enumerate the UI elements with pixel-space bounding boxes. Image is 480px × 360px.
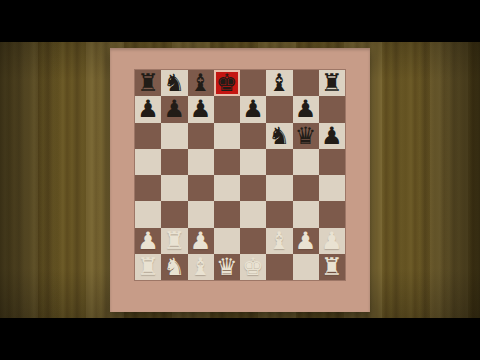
chess-board[interactable]: ♜♞♝♚♝♜♟♟♟♟♟♞♛♟♟♜♟♝♟♟♜♞♝♛♚♜: [135, 70, 345, 280]
white-pawn[interactable]: ♟: [321, 229, 343, 253]
black-rook[interactable]: ♜: [137, 71, 159, 95]
square-h2[interactable]: ♟: [319, 228, 345, 254]
square-a8[interactable]: ♜: [135, 70, 161, 96]
square-d2[interactable]: [214, 228, 240, 254]
square-e3[interactable]: [240, 201, 266, 227]
black-bishop[interactable]: ♝: [269, 71, 291, 95]
square-e1[interactable]: ♚: [240, 254, 266, 280]
black-pawn[interactable]: ♟: [242, 97, 264, 121]
black-knight[interactable]: ♞: [164, 71, 186, 95]
black-pawn[interactable]: ♟: [295, 97, 317, 121]
square-c7[interactable]: ♟: [188, 96, 214, 122]
square-c1[interactable]: ♝: [188, 254, 214, 280]
square-d1[interactable]: ♛: [214, 254, 240, 280]
square-b7[interactable]: ♟: [161, 96, 187, 122]
square-g2[interactable]: ♟: [293, 228, 319, 254]
square-f7[interactable]: [266, 96, 292, 122]
white-queen[interactable]: ♛: [216, 255, 238, 279]
square-g8[interactable]: [293, 70, 319, 96]
white-pawn[interactable]: ♟: [295, 229, 317, 253]
square-f6[interactable]: ♞: [266, 123, 292, 149]
square-e6[interactable]: [240, 123, 266, 149]
video-frame: ♜♞♝♚♝♜♟♟♟♟♟♞♛♟♟♜♟♝♟♟♜♞♝♛♚♜: [0, 0, 480, 360]
square-a3[interactable]: [135, 201, 161, 227]
square-f5[interactable]: [266, 149, 292, 175]
square-f1[interactable]: [266, 254, 292, 280]
black-pawn[interactable]: ♟: [164, 97, 186, 121]
letterbox-top: [0, 0, 480, 42]
square-b6[interactable]: [161, 123, 187, 149]
square-c5[interactable]: [188, 149, 214, 175]
white-rook[interactable]: ♜: [164, 229, 186, 253]
square-d6[interactable]: [214, 123, 240, 149]
square-h6[interactable]: ♟: [319, 123, 345, 149]
square-h4[interactable]: [319, 175, 345, 201]
square-b3[interactable]: [161, 201, 187, 227]
square-f8[interactable]: ♝: [266, 70, 292, 96]
square-b2[interactable]: ♜: [161, 228, 187, 254]
square-a1[interactable]: ♜: [135, 254, 161, 280]
square-c2[interactable]: ♟: [188, 228, 214, 254]
square-d3[interactable]: [214, 201, 240, 227]
white-pawn[interactable]: ♟: [190, 229, 212, 253]
square-g3[interactable]: [293, 201, 319, 227]
square-g6[interactable]: ♛: [293, 123, 319, 149]
black-pawn[interactable]: ♟: [190, 97, 212, 121]
square-a5[interactable]: [135, 149, 161, 175]
black-queen[interactable]: ♛: [295, 124, 317, 148]
square-b5[interactable]: [161, 149, 187, 175]
square-h1[interactable]: ♜: [319, 254, 345, 280]
white-pawn[interactable]: ♟: [137, 229, 159, 253]
black-king[interactable]: ♚: [216, 71, 238, 95]
square-f3[interactable]: [266, 201, 292, 227]
square-b4[interactable]: [161, 175, 187, 201]
square-e2[interactable]: [240, 228, 266, 254]
square-d8[interactable]: ♚: [214, 70, 240, 96]
black-bishop[interactable]: ♝: [190, 71, 212, 95]
white-rook[interactable]: ♜: [137, 255, 159, 279]
square-d7[interactable]: [214, 96, 240, 122]
black-pawn[interactable]: ♟: [321, 124, 343, 148]
square-h3[interactable]: [319, 201, 345, 227]
black-rook[interactable]: ♜: [321, 71, 343, 95]
square-f4[interactable]: [266, 175, 292, 201]
white-bishop[interactable]: ♝: [190, 255, 212, 279]
square-g1[interactable]: [293, 254, 319, 280]
square-a2[interactable]: ♟: [135, 228, 161, 254]
square-h8[interactable]: ♜: [319, 70, 345, 96]
square-e8[interactable]: [240, 70, 266, 96]
square-b1[interactable]: ♞: [161, 254, 187, 280]
square-e5[interactable]: [240, 149, 266, 175]
square-c6[interactable]: [188, 123, 214, 149]
white-knight[interactable]: ♞: [164, 255, 186, 279]
white-bishop[interactable]: ♝: [269, 229, 291, 253]
letterbox-bottom: [0, 318, 480, 360]
square-h7[interactable]: [319, 96, 345, 122]
black-knight[interactable]: ♞: [269, 124, 291, 148]
square-c4[interactable]: [188, 175, 214, 201]
square-a7[interactable]: ♟: [135, 96, 161, 122]
square-a4[interactable]: [135, 175, 161, 201]
board-frame: ♜♞♝♚♝♜♟♟♟♟♟♞♛♟♟♜♟♝♟♟♜♞♝♛♚♜: [110, 48, 370, 312]
square-g4[interactable]: [293, 175, 319, 201]
square-f2[interactable]: ♝: [266, 228, 292, 254]
square-g7[interactable]: ♟: [293, 96, 319, 122]
square-g5[interactable]: [293, 149, 319, 175]
white-rook[interactable]: ♜: [321, 255, 343, 279]
square-e4[interactable]: [240, 175, 266, 201]
square-d5[interactable]: [214, 149, 240, 175]
square-h5[interactable]: [319, 149, 345, 175]
square-c3[interactable]: [188, 201, 214, 227]
square-b8[interactable]: ♞: [161, 70, 187, 96]
black-pawn[interactable]: ♟: [137, 97, 159, 121]
square-d4[interactable]: [214, 175, 240, 201]
white-king[interactable]: ♚: [242, 255, 264, 279]
square-a6[interactable]: [135, 123, 161, 149]
square-c8[interactable]: ♝: [188, 70, 214, 96]
square-e7[interactable]: ♟: [240, 96, 266, 122]
